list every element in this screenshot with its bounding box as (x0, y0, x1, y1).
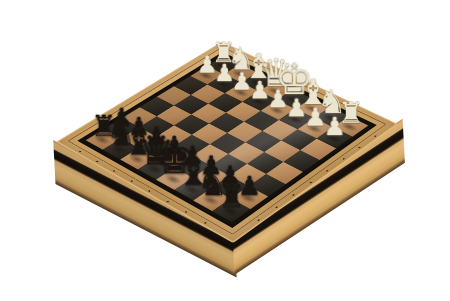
product-photo: ♜♞♝♛♚♝♞♜♟♟♟♟♟♟♟♟♟♟♟♟♟♟♟♟♜♞♝♛♚♝♞♜ (0, 0, 450, 301)
perspective-wrapper: ♜♞♝♛♚♝♞♜♟♟♟♟♟♟♟♟♟♟♟♟♟♟♟♟♜♞♝♛♚♝♞♜ (0, 0, 450, 301)
piece-white-pawn: ♟ (323, 114, 346, 137)
chess-box-lid: ♜♞♝♛♚♝♞♜♟♟♟♟♟♟♟♟♟♟♟♟♟♟♟♟♜♞♝♛♚♝♞♜ (56, 41, 398, 243)
photo-tilt-wrapper: ♜♞♝♛♚♝♞♜♟♟♟♟♟♟♟♟♟♟♟♟♟♟♟♟♜♞♝♛♚♝♞♜ (0, 0, 450, 301)
piece-black-rook: ♜ (217, 182, 245, 211)
